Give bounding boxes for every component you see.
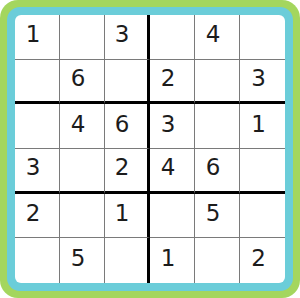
cell-r4c5[interactable]: 6	[195, 149, 240, 194]
board-frame-inner: 13462346313246215512	[7, 7, 293, 291]
cell-r6c5[interactable]	[195, 238, 240, 283]
cell-r5c6[interactable]	[240, 194, 285, 239]
cell-r6c1[interactable]	[15, 238, 60, 283]
given-digit: 3	[115, 23, 130, 46]
given-digit: 4	[161, 156, 176, 179]
cell-r3c3[interactable]: 6	[105, 104, 150, 149]
cell-r3c5[interactable]	[195, 104, 240, 149]
cell-r3c4[interactable]: 3	[150, 104, 195, 149]
given-digit: 1	[26, 23, 41, 46]
cell-r1c2[interactable]	[60, 15, 105, 60]
sudoku-board: 13462346313246215512	[15, 15, 285, 283]
given-digit: 2	[251, 247, 266, 270]
given-digit: 4	[206, 23, 221, 46]
cell-r6c4[interactable]: 1	[150, 238, 195, 283]
cell-r4c3[interactable]: 2	[105, 149, 150, 194]
cell-r3c6[interactable]: 1	[240, 104, 285, 149]
cell-r5c4[interactable]	[150, 194, 195, 239]
cell-r5c3[interactable]: 1	[105, 194, 150, 239]
given-digit: 2	[161, 67, 176, 90]
cell-r4c6[interactable]	[240, 149, 285, 194]
cell-r2c4[interactable]: 2	[150, 60, 195, 105]
cell-r1c4[interactable]	[150, 15, 195, 60]
given-digit: 2	[26, 202, 41, 225]
cell-r2c2[interactable]: 6	[60, 60, 105, 105]
given-digit: 6	[71, 67, 86, 90]
cell-r2c6[interactable]: 3	[240, 60, 285, 105]
cell-r6c3[interactable]	[105, 238, 150, 283]
cell-r1c5[interactable]: 4	[195, 15, 240, 60]
cell-r1c6[interactable]	[240, 15, 285, 60]
given-digit: 2	[115, 156, 130, 179]
cell-r4c2[interactable]	[60, 149, 105, 194]
cell-r2c3[interactable]	[105, 60, 150, 105]
given-digit: 1	[115, 202, 130, 225]
given-digit: 4	[71, 113, 86, 136]
given-digit: 6	[206, 156, 221, 179]
cell-r2c1[interactable]	[15, 60, 60, 105]
given-digit: 1	[251, 113, 266, 136]
cell-r1c3[interactable]: 3	[105, 15, 150, 60]
cell-r2c5[interactable]	[195, 60, 240, 105]
cell-r5c2[interactable]	[60, 194, 105, 239]
cell-r6c6[interactable]: 2	[240, 238, 285, 283]
given-digit: 5	[206, 202, 221, 225]
given-digit: 3	[26, 156, 41, 179]
cell-r5c1[interactable]: 2	[15, 194, 60, 239]
cell-r4c4[interactable]: 4	[150, 149, 195, 194]
board-frame-outer: 13462346313246215512	[0, 0, 300, 298]
given-digit: 1	[161, 247, 176, 270]
cell-r3c2[interactable]: 4	[60, 104, 105, 149]
given-digit: 6	[115, 113, 130, 136]
cell-r4c1[interactable]: 3	[15, 149, 60, 194]
given-digit: 5	[71, 247, 86, 270]
cell-r5c5[interactable]: 5	[195, 194, 240, 239]
cell-r6c2[interactable]: 5	[60, 238, 105, 283]
given-digit: 3	[161, 113, 176, 136]
cell-r3c1[interactable]	[15, 104, 60, 149]
given-digit: 3	[251, 67, 266, 90]
cell-r1c1[interactable]: 1	[15, 15, 60, 60]
